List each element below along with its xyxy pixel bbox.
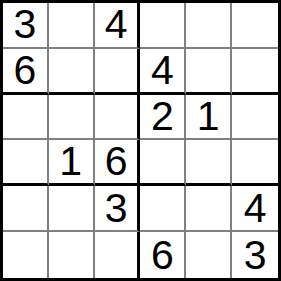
cell-r1c2[interactable] — [49, 3, 95, 49]
cell-r3c6[interactable] — [232, 95, 278, 141]
cell-r3c3[interactable] — [95, 95, 141, 141]
cell-r4c4[interactable] — [140, 140, 186, 186]
cell-r4c1[interactable] — [3, 140, 49, 186]
cell-r5c4[interactable] — [140, 186, 186, 232]
cell-r6c5[interactable] — [186, 232, 232, 278]
cell-r5c6: 4 — [232, 186, 278, 232]
cell-r5c5[interactable] — [186, 186, 232, 232]
cell-r2c4: 4 — [140, 49, 186, 95]
cell-r4c2: 1 — [49, 140, 95, 186]
cell-r3c1[interactable] — [3, 95, 49, 141]
cell-r4c6[interactable] — [232, 140, 278, 186]
cell-r3c2[interactable] — [49, 95, 95, 141]
cell-r2c6[interactable] — [232, 49, 278, 95]
cell-r5c3: 3 — [95, 186, 141, 232]
cell-r1c5[interactable] — [186, 3, 232, 49]
cell-r1c3: 4 — [95, 3, 141, 49]
cell-r3c5: 1 — [186, 95, 232, 141]
cell-r4c5[interactable] — [186, 140, 232, 186]
cell-r5c2[interactable] — [49, 186, 95, 232]
cell-r2c2[interactable] — [49, 49, 95, 95]
cell-r2c1: 6 — [3, 49, 49, 95]
cell-r2c5[interactable] — [186, 49, 232, 95]
cell-r1c1: 3 — [3, 3, 49, 49]
cell-r6c4: 6 — [140, 232, 186, 278]
sudoku-board: 3 4 6 4 2 1 1 6 3 4 6 3 — [0, 0, 281, 281]
cell-r4c3: 6 — [95, 140, 141, 186]
cell-r6c2[interactable] — [49, 232, 95, 278]
cell-r2c3[interactable] — [95, 49, 141, 95]
cell-r1c6[interactable] — [232, 3, 278, 49]
cell-r6c1[interactable] — [3, 232, 49, 278]
cell-r6c3[interactable] — [95, 232, 141, 278]
cell-r1c4[interactable] — [140, 3, 186, 49]
cell-r5c1[interactable] — [3, 186, 49, 232]
cell-r6c6: 3 — [232, 232, 278, 278]
cell-r3c4: 2 — [140, 95, 186, 141]
